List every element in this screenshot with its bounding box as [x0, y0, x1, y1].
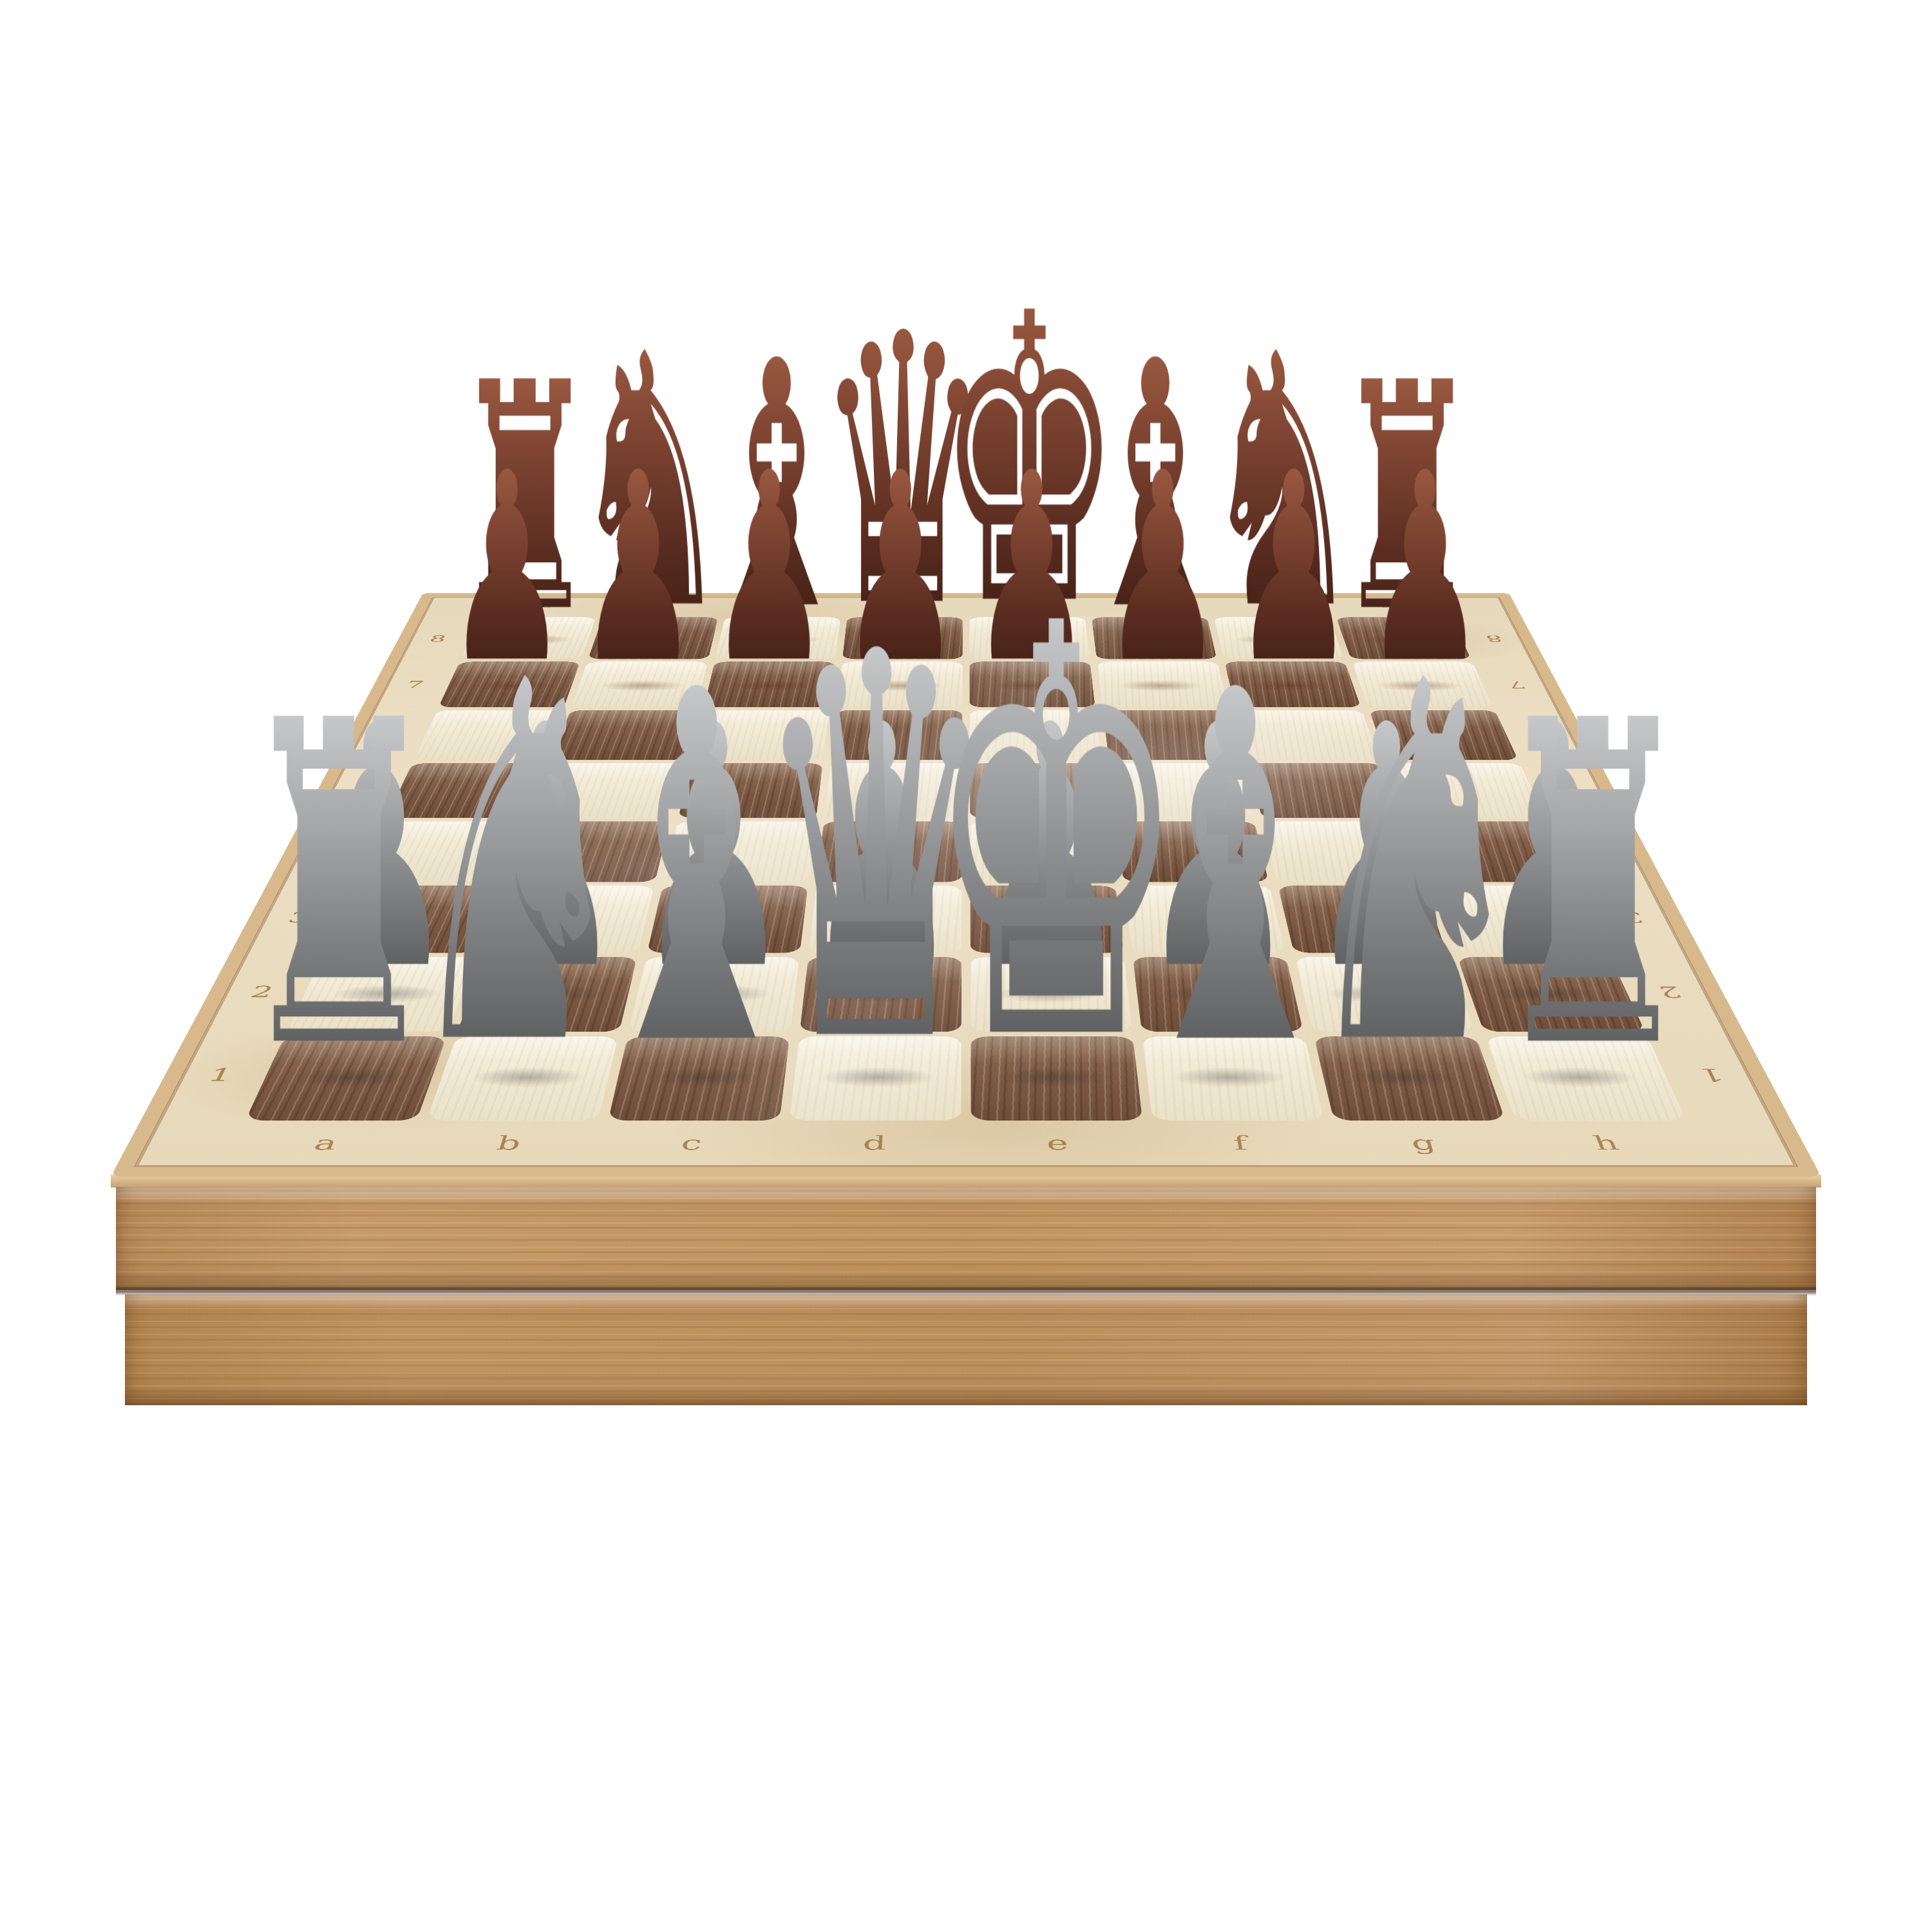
file-label-front-c: c	[598, 1133, 784, 1153]
file-label-back-f: f	[1086, 602, 1207, 611]
file-label-front-e: e	[966, 1133, 1150, 1153]
rank-label-left-8: 8	[406, 634, 470, 643]
file-label-front-f: f	[1148, 1133, 1334, 1153]
file-label-back-d: d	[846, 602, 966, 611]
file-label-back-c: c	[725, 602, 847, 611]
piece-white-king-e1[interactable]: ♚	[966, 1075, 1141, 1075]
file-label-back-h: h	[1325, 602, 1448, 611]
file-label-front-b: b	[414, 1133, 603, 1153]
rank-label-left-4: 4	[293, 844, 371, 857]
knight-glyph: ♞	[401, 618, 632, 1113]
rank-label-right-8: 8	[1462, 634, 1526, 643]
knight-glyph: ♞	[1300, 618, 1531, 1113]
file-label-back-a: a	[484, 602, 607, 611]
file-label-back-g: g	[1205, 602, 1327, 611]
file-label-back-b: b	[604, 602, 726, 611]
file-label-back-e: e	[966, 602, 1086, 611]
rank-label-right-2: 2	[1626, 984, 1714, 999]
king-glyph: ♚	[924, 553, 1188, 1119]
scene: aabbccddeeffgghh1122334455667788 ♜♞♝♛♚♝♞…	[0, 0, 1932, 1932]
rank-label-right-7: 7	[1484, 680, 1551, 690]
rank-label-left-6: 6	[355, 730, 425, 740]
rank-label-left-5: 5	[325, 784, 399, 796]
file-label-front-h: h	[1511, 1133, 1702, 1153]
file-label-front-g: g	[1329, 1133, 1518, 1153]
piece-white-knight-b1[interactable]: ♞	[441, 1075, 616, 1075]
file-label-front-d: d	[782, 1133, 966, 1153]
rank-label-right-5: 5	[1533, 784, 1607, 796]
chess-board: aabbccddeeffgghh1122334455667788 ♜♞♝♛♚♝♞…	[111, 593, 1821, 1177]
rank-label-right-3: 3	[1592, 911, 1674, 925]
rank-label-left-1: 1	[174, 1066, 267, 1083]
rank-label-right-1: 1	[1665, 1066, 1758, 1083]
rank-label-left-2: 2	[218, 984, 306, 999]
piece-white-knight-g1[interactable]: ♞	[1316, 1075, 1491, 1075]
rank-label-left-7: 7	[381, 680, 448, 690]
rank-label-left-3: 3	[258, 911, 340, 925]
pieces-layer: ♜♞♝♛♚♝♞♜♟♟♟♟♟♟♟♟♟♟♟♟♟♟♟♟♜♞♝♛♚♝♞♜	[111, 593, 1821, 1177]
rank-label-right-6: 6	[1507, 730, 1577, 740]
rank-label-right-4: 4	[1560, 844, 1638, 857]
file-label-front-a: a	[230, 1133, 421, 1153]
